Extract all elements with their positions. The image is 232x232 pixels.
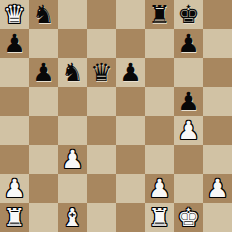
square-h8[interactable] (203, 0, 232, 29)
piece-white-pawn[interactable]: ♟ (3, 174, 25, 203)
piece-white-pawn[interactable]: ♟ (148, 174, 170, 203)
square-d7[interactable] (87, 29, 116, 58)
piece-white-rook[interactable]: ♜ (148, 203, 170, 232)
square-e3[interactable] (116, 145, 145, 174)
square-h1[interactable] (203, 203, 232, 232)
square-e8[interactable] (116, 0, 145, 29)
square-g3[interactable] (174, 145, 203, 174)
square-e6[interactable]: ♟ (116, 58, 145, 87)
square-f3[interactable] (145, 145, 174, 174)
square-e4[interactable] (116, 116, 145, 145)
square-f8[interactable]: ♜ (145, 0, 174, 29)
square-f4[interactable] (145, 116, 174, 145)
piece-white-king[interactable]: ♚ (177, 203, 199, 232)
square-d8[interactable] (87, 0, 116, 29)
square-b5[interactable] (29, 87, 58, 116)
piece-white-rook[interactable]: ♜ (3, 203, 25, 232)
square-b8[interactable]: ♞ (29, 0, 58, 29)
piece-black-pawn[interactable]: ♟ (32, 58, 54, 87)
square-f6[interactable] (145, 58, 174, 87)
square-a8[interactable]: ♛ (0, 0, 29, 29)
square-a5[interactable] (0, 87, 29, 116)
square-a3[interactable] (0, 145, 29, 174)
piece-black-knight[interactable]: ♞ (61, 58, 83, 87)
piece-black-rook[interactable]: ♜ (148, 0, 170, 29)
square-e2[interactable] (116, 174, 145, 203)
square-b2[interactable] (29, 174, 58, 203)
square-g2[interactable] (174, 174, 203, 203)
square-c4[interactable] (58, 116, 87, 145)
square-c2[interactable] (58, 174, 87, 203)
piece-black-pawn[interactable]: ♟ (119, 58, 141, 87)
piece-white-pawn[interactable]: ♟ (177, 116, 199, 145)
square-f7[interactable] (145, 29, 174, 58)
square-h3[interactable] (203, 145, 232, 174)
square-g4[interactable]: ♟ (174, 116, 203, 145)
square-h2[interactable]: ♟ (203, 174, 232, 203)
square-d2[interactable] (87, 174, 116, 203)
square-b7[interactable] (29, 29, 58, 58)
square-f2[interactable]: ♟ (145, 174, 174, 203)
square-d5[interactable] (87, 87, 116, 116)
square-g8[interactable]: ♚ (174, 0, 203, 29)
square-a2[interactable]: ♟ (0, 174, 29, 203)
square-h4[interactable] (203, 116, 232, 145)
piece-black-pawn[interactable]: ♟ (177, 87, 199, 116)
square-c7[interactable] (58, 29, 87, 58)
square-e5[interactable] (116, 87, 145, 116)
piece-black-king[interactable]: ♚ (177, 0, 199, 29)
square-c3[interactable]: ♟ (58, 145, 87, 174)
chess-board: ♛♞♜♚♟♟♟♞♛♟♟♟♟♟♟♟♜♝♜♚ (0, 0, 232, 232)
square-a4[interactable] (0, 116, 29, 145)
square-e1[interactable] (116, 203, 145, 232)
piece-black-pawn[interactable]: ♟ (3, 29, 25, 58)
square-e7[interactable] (116, 29, 145, 58)
piece-white-pawn[interactable]: ♟ (61, 145, 83, 174)
square-b3[interactable] (29, 145, 58, 174)
square-h5[interactable] (203, 87, 232, 116)
piece-black-knight[interactable]: ♞ (32, 0, 54, 29)
square-b1[interactable] (29, 203, 58, 232)
square-d3[interactable] (87, 145, 116, 174)
square-h7[interactable] (203, 29, 232, 58)
piece-black-queen[interactable]: ♛ (90, 58, 112, 87)
piece-white-queen[interactable]: ♛ (3, 0, 25, 29)
square-g1[interactable]: ♚ (174, 203, 203, 232)
square-b4[interactable] (29, 116, 58, 145)
piece-white-pawn[interactable]: ♟ (206, 174, 228, 203)
square-c6[interactable]: ♞ (58, 58, 87, 87)
square-d4[interactable] (87, 116, 116, 145)
square-h6[interactable] (203, 58, 232, 87)
square-g5[interactable]: ♟ (174, 87, 203, 116)
square-a7[interactable]: ♟ (0, 29, 29, 58)
square-c5[interactable] (58, 87, 87, 116)
square-g7[interactable]: ♟ (174, 29, 203, 58)
piece-black-pawn[interactable]: ♟ (177, 29, 199, 58)
square-d6[interactable]: ♛ (87, 58, 116, 87)
square-a1[interactable]: ♜ (0, 203, 29, 232)
square-a6[interactable] (0, 58, 29, 87)
square-f1[interactable]: ♜ (145, 203, 174, 232)
square-b6[interactable]: ♟ (29, 58, 58, 87)
square-g6[interactable] (174, 58, 203, 87)
square-c8[interactable] (58, 0, 87, 29)
square-f5[interactable] (145, 87, 174, 116)
piece-white-bishop[interactable]: ♝ (61, 203, 83, 232)
square-d1[interactable] (87, 203, 116, 232)
square-c1[interactable]: ♝ (58, 203, 87, 232)
